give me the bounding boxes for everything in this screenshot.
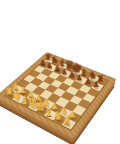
white-rook-icon: ♜ xyxy=(52,116,81,126)
photo-background: ♜♞♝♛♚♝♞♜♟♟♟♟♟♟♟♟♟♟♟♟♟♟♟♟♜♞♝♛♚♝♞♜ xyxy=(0,0,120,144)
piece-white-rook: ♜ xyxy=(62,118,77,130)
black-pawn-icon: ♟ xyxy=(83,81,108,89)
